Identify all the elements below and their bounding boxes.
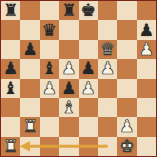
square-h7[interactable]: ♟ [137,20,156,39]
square-e1[interactable] [79,137,98,156]
square-h2[interactable] [137,117,156,136]
square-d1[interactable] [59,137,78,156]
black-king[interactable]: ♚ [81,2,96,19]
square-h8[interactable] [137,1,156,20]
square-c1[interactable] [40,137,59,156]
square-h1[interactable] [137,137,156,156]
black-queen[interactable]: ♛ [42,21,57,38]
white-queen[interactable]: ♛ [100,40,115,57]
square-b7[interactable] [20,20,39,39]
white-king[interactable]: ♚ [119,137,134,154]
square-a3[interactable] [1,98,20,117]
black-pawn[interactable]: ♟ [22,40,37,57]
square-g8[interactable] [117,1,136,20]
square-d7[interactable] [59,20,78,39]
square-b2[interactable]: ♜ [20,117,39,136]
black-pawn[interactable]: ♟ [61,79,76,96]
black-rook[interactable]: ♜ [61,2,76,19]
square-g6[interactable] [117,40,136,59]
white-pawn[interactable]: ♟ [119,118,134,135]
square-g3[interactable] [117,98,136,117]
square-c5[interactable]: ♝ [40,59,59,78]
square-d4[interactable]: ♟ [59,79,78,98]
white-pawn[interactable]: ♟ [81,79,96,96]
square-d2[interactable] [59,117,78,136]
chess-board: ♜♜♚♛♟♟♛♟♟♝♟♟♟♝♟♟♟♝♜♟♜♚ [0,0,157,157]
square-a4[interactable]: ♝ [1,79,20,98]
square-b1[interactable] [20,137,39,156]
square-g2[interactable]: ♟ [117,117,136,136]
white-pawn[interactable]: ♟ [42,79,57,96]
square-h5[interactable] [137,59,156,78]
square-h4[interactable] [137,79,156,98]
square-e7[interactable] [79,20,98,39]
black-pawn[interactable]: ♟ [81,60,96,77]
square-b4[interactable] [20,79,39,98]
square-e4[interactable]: ♟ [79,79,98,98]
square-f6[interactable]: ♛ [98,40,117,59]
square-a2[interactable] [1,117,20,136]
square-f3[interactable] [98,98,117,117]
square-h3[interactable] [137,98,156,117]
square-b3[interactable] [20,98,39,117]
black-rook[interactable]: ♜ [3,2,18,19]
square-e5[interactable]: ♟ [79,59,98,78]
white-pawn[interactable]: ♟ [100,60,115,77]
square-c3[interactable] [40,98,59,117]
square-b5[interactable] [20,59,39,78]
square-d8[interactable]: ♜ [59,1,78,20]
square-b6[interactable]: ♟ [20,40,39,59]
square-g4[interactable] [117,79,136,98]
white-bishop[interactable]: ♝ [61,99,76,116]
white-rook[interactable]: ♜ [22,118,37,135]
square-f2[interactable] [98,117,117,136]
square-f5[interactable]: ♟ [98,59,117,78]
square-f8[interactable] [98,1,117,20]
square-e3[interactable] [79,98,98,117]
square-a8[interactable]: ♜ [1,1,20,20]
square-e2[interactable] [79,117,98,136]
black-bishop[interactable]: ♝ [3,79,18,96]
square-a1[interactable]: ♜ [1,137,20,156]
white-pawn[interactable]: ♟ [139,40,154,57]
square-c6[interactable] [40,40,59,59]
square-f7[interactable] [98,20,117,39]
square-g1[interactable]: ♚ [117,137,136,156]
square-d3[interactable]: ♝ [59,98,78,117]
square-b8[interactable] [20,1,39,20]
square-a7[interactable] [1,20,20,39]
square-c4[interactable]: ♟ [40,79,59,98]
white-pawn[interactable]: ♟ [61,60,76,77]
square-e8[interactable]: ♚ [79,1,98,20]
square-c8[interactable] [40,1,59,20]
square-c7[interactable]: ♛ [40,20,59,39]
square-e6[interactable] [79,40,98,59]
square-g5[interactable] [117,59,136,78]
square-h6[interactable]: ♟ [137,40,156,59]
square-a6[interactable] [1,40,20,59]
square-d5[interactable]: ♟ [59,59,78,78]
black-bishop[interactable]: ♝ [42,60,57,77]
white-rook[interactable]: ♜ [3,137,18,154]
black-pawn[interactable]: ♟ [139,21,154,38]
square-f4[interactable] [98,79,117,98]
square-a5[interactable]: ♟ [1,59,20,78]
square-c2[interactable] [40,117,59,136]
black-pawn[interactable]: ♟ [3,60,18,77]
square-d6[interactable] [59,40,78,59]
square-f1[interactable] [98,137,117,156]
chess-app: ♜♜♚♛♟♟♛♟♟♝♟♟♟♝♟♟♟♝♜♟♜♚ [0,0,157,157]
square-g7[interactable] [117,20,136,39]
